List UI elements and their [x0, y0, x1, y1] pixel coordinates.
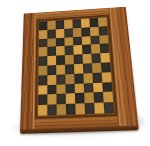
- board-square[interactable]: [75, 83, 85, 93]
- checkerboard: [38, 17, 114, 115]
- board-square[interactable]: [38, 95, 47, 106]
- board-square[interactable]: [102, 82, 112, 93]
- board-square[interactable]: [103, 92, 113, 103]
- board-square[interactable]: [56, 55, 65, 65]
- board-square[interactable]: [74, 64, 83, 74]
- board-square[interactable]: [104, 102, 114, 113]
- board-face: [20, 7, 138, 130]
- board-square[interactable]: [84, 83, 94, 93]
- board-square[interactable]: [100, 53, 110, 63]
- board-square[interactable]: [38, 66, 47, 76]
- board-square[interactable]: [84, 93, 94, 104]
- board-square[interactable]: [56, 65, 65, 75]
- board-square[interactable]: [75, 93, 85, 104]
- checker-field-frame: [35, 15, 118, 119]
- board-square[interactable]: [74, 54, 83, 64]
- left-rail-wood: [20, 13, 36, 130]
- board-perspective-wrap: [20, 7, 139, 134]
- board-square[interactable]: [57, 104, 67, 115]
- board-square[interactable]: [56, 84, 65, 94]
- board-center-panel: [35, 8, 119, 129]
- board-square[interactable]: [38, 105, 47, 116]
- board-square[interactable]: [75, 103, 85, 114]
- board-square[interactable]: [101, 62, 111, 72]
- board-square[interactable]: [47, 56, 56, 66]
- board-square[interactable]: [65, 74, 74, 84]
- board-square[interactable]: [74, 73, 84, 83]
- board-square[interactable]: [56, 74, 65, 84]
- board-square[interactable]: [56, 94, 65, 105]
- board-square[interactable]: [47, 94, 56, 105]
- board-square[interactable]: [38, 75, 47, 85]
- board-square[interactable]: [102, 72, 112, 82]
- board-square[interactable]: [66, 104, 76, 115]
- board-square[interactable]: [47, 84, 56, 94]
- board-square[interactable]: [47, 65, 56, 75]
- board-square[interactable]: [47, 105, 56, 116]
- game-board: [20, 7, 139, 134]
- board-square[interactable]: [65, 55, 74, 65]
- board-square[interactable]: [66, 94, 76, 105]
- photo-scene: [0, 0, 150, 146]
- board-square[interactable]: [47, 75, 56, 85]
- board-square[interactable]: [39, 56, 48, 66]
- board-square[interactable]: [65, 64, 74, 74]
- board-square[interactable]: [65, 84, 74, 94]
- board-square[interactable]: [85, 103, 95, 114]
- board-square[interactable]: [38, 85, 47, 95]
